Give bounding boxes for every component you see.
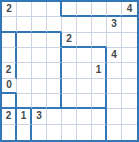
cell-r7c9[interactable] xyxy=(122,94,137,109)
cell-r2c7[interactable] xyxy=(92,17,107,32)
cell-r5c2[interactable] xyxy=(17,63,32,78)
cell-r4c5[interactable] xyxy=(62,48,77,63)
cell-r3c4[interactable] xyxy=(47,33,62,48)
cell-r1c5[interactable] xyxy=(62,2,77,17)
cell-r9c7[interactable] xyxy=(92,125,107,140)
given-digit-r4c8[interactable]: 4 xyxy=(107,48,122,63)
cell-r4c4[interactable] xyxy=(47,48,62,63)
cell-r5c6[interactable] xyxy=(77,63,92,78)
cell-r4c3[interactable] xyxy=(32,48,47,63)
cell-r6c8[interactable] xyxy=(107,79,122,94)
cell-r6c9[interactable] xyxy=(122,79,137,94)
cell-r8c4[interactable] xyxy=(47,109,62,124)
cell-r5c8[interactable] xyxy=(107,63,122,78)
cell-r2c5[interactable] xyxy=(62,17,77,32)
cell-r6c5[interactable] xyxy=(62,79,77,94)
cell-r9c3[interactable] xyxy=(32,125,47,140)
cell-r7c6[interactable] xyxy=(77,94,92,109)
given-digit-r5c7[interactable]: 1 xyxy=(92,63,107,78)
cell-r8c7[interactable] xyxy=(92,109,107,124)
cell-r8c9[interactable] xyxy=(122,109,137,124)
cell-r7c8[interactable] xyxy=(107,94,122,109)
cell-r4c2[interactable] xyxy=(17,48,32,63)
cell-r2c6[interactable] xyxy=(77,17,92,32)
cell-r2c3[interactable] xyxy=(32,17,47,32)
cell-r3c1[interactable] xyxy=(2,33,17,48)
cell-r9c6[interactable] xyxy=(77,125,92,140)
cell-r1c2[interactable] xyxy=(17,2,32,17)
cell-r9c4[interactable] xyxy=(47,125,62,140)
cell-r5c3[interactable] xyxy=(32,63,47,78)
cell-r7c2[interactable] xyxy=(17,94,32,109)
given-digit-r1c1[interactable]: 2 xyxy=(2,2,17,17)
given-digit-r8c1[interactable]: 2 xyxy=(2,109,17,124)
cell-r7c1[interactable] xyxy=(2,94,17,109)
cell-r3c2[interactable] xyxy=(17,33,32,48)
given-digit-r2c8[interactable]: 3 xyxy=(107,17,122,32)
cell-r4c6[interactable] xyxy=(77,48,92,63)
given-digit-r3c5[interactable]: 2 xyxy=(62,33,77,48)
cell-r7c3[interactable] xyxy=(32,94,47,109)
cell-r1c4[interactable] xyxy=(47,2,62,17)
cell-r5c5[interactable] xyxy=(62,63,77,78)
cell-r3c8[interactable] xyxy=(107,33,122,48)
cell-r9c2[interactable] xyxy=(17,125,32,140)
cell-r3c3[interactable] xyxy=(32,33,47,48)
cell-r5c4[interactable] xyxy=(47,63,62,78)
cell-r8c5[interactable] xyxy=(62,109,77,124)
cell-r8c6[interactable] xyxy=(77,109,92,124)
cell-r1c3[interactable] xyxy=(32,2,47,17)
cell-r2c9[interactable] xyxy=(122,17,137,32)
cell-r6c4[interactable] xyxy=(47,79,62,94)
cell-r1c6[interactable] xyxy=(77,2,92,17)
given-digit-r1c9[interactable]: 4 xyxy=(122,2,137,17)
cell-r4c9[interactable] xyxy=(122,48,137,63)
cell-r2c4[interactable] xyxy=(47,17,62,32)
cell-r6c6[interactable] xyxy=(77,79,92,94)
cell-r9c5[interactable] xyxy=(62,125,77,140)
cell-r7c5[interactable] xyxy=(62,94,77,109)
puzzle-board: 24324210213 xyxy=(0,0,139,142)
cell-r8c8[interactable] xyxy=(107,109,122,124)
given-digit-r8c2[interactable]: 1 xyxy=(17,109,32,124)
cell-r6c3[interactable] xyxy=(32,79,47,94)
cell-r9c9[interactable] xyxy=(122,125,137,140)
given-digit-r8c3[interactable]: 3 xyxy=(32,109,47,124)
cell-r5c9[interactable] xyxy=(122,63,137,78)
cell-r2c1[interactable] xyxy=(2,17,17,32)
cell-r6c7[interactable] xyxy=(92,79,107,94)
cell-r7c7[interactable] xyxy=(92,94,107,109)
given-digit-r6c1[interactable]: 0 xyxy=(2,79,17,94)
cell-r4c7[interactable] xyxy=(92,48,107,63)
cell-r9c1[interactable] xyxy=(2,125,17,140)
given-digit-r5c1[interactable]: 2 xyxy=(2,63,17,78)
cell-r4c1[interactable] xyxy=(2,48,17,63)
cell-r1c8[interactable] xyxy=(107,2,122,17)
cell-r6c2[interactable] xyxy=(17,79,32,94)
cell-r3c6[interactable] xyxy=(77,33,92,48)
cell-r7c4[interactable] xyxy=(47,94,62,109)
cell-r9c8[interactable] xyxy=(107,125,122,140)
cell-r1c7[interactable] xyxy=(92,2,107,17)
cell-r2c2[interactable] xyxy=(17,17,32,32)
cell-r3c7[interactable] xyxy=(92,33,107,48)
cell-r3c9[interactable] xyxy=(122,33,137,48)
